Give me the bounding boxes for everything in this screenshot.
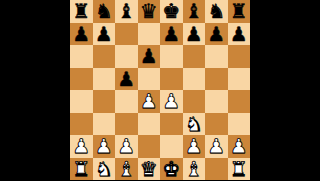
square-h6[interactable] bbox=[228, 45, 251, 68]
piece-black-rook-a8[interactable]: ♜ bbox=[72, 0, 90, 23]
square-e8[interactable]: ♚ bbox=[160, 0, 183, 23]
square-h1[interactable]: ♜ bbox=[228, 158, 251, 181]
piece-black-pawn-c5[interactable]: ♟ bbox=[117, 68, 135, 91]
piece-white-knight-f3[interactable]: ♞ bbox=[185, 113, 203, 136]
piece-white-pawn-g2[interactable]: ♟ bbox=[207, 135, 225, 158]
square-e4[interactable]: ♟ bbox=[160, 90, 183, 113]
piece-white-pawn-d4[interactable]: ♟ bbox=[140, 90, 158, 113]
square-a5[interactable] bbox=[70, 68, 93, 91]
square-b5[interactable] bbox=[93, 68, 116, 91]
piece-black-knight-g8[interactable]: ♞ bbox=[207, 0, 225, 23]
square-f1[interactable]: ♝ bbox=[183, 158, 206, 181]
video-frame: ♜♞♝♛♚♝♞♜♟♟♟♟♟♟♟♟♟♟♞♟♟♟♟♟♟♜♞♝♛♚♝♜ bbox=[0, 0, 320, 180]
square-g3[interactable] bbox=[205, 113, 228, 136]
square-g6[interactable] bbox=[205, 45, 228, 68]
square-h5[interactable] bbox=[228, 68, 251, 91]
square-f6[interactable] bbox=[183, 45, 206, 68]
square-f2[interactable]: ♟ bbox=[183, 135, 206, 158]
square-h2[interactable]: ♟ bbox=[228, 135, 251, 158]
piece-black-pawn-a7[interactable]: ♟ bbox=[72, 23, 90, 46]
square-h8[interactable]: ♜ bbox=[228, 0, 251, 23]
square-e1[interactable]: ♚ bbox=[160, 158, 183, 181]
piece-white-pawn-b2[interactable]: ♟ bbox=[95, 135, 113, 158]
square-c3[interactable] bbox=[115, 113, 138, 136]
square-a7[interactable]: ♟ bbox=[70, 23, 93, 46]
piece-white-pawn-h2[interactable]: ♟ bbox=[230, 135, 248, 158]
square-b1[interactable]: ♞ bbox=[93, 158, 116, 181]
piece-white-queen-d1[interactable]: ♛ bbox=[140, 158, 158, 181]
square-c7[interactable] bbox=[115, 23, 138, 46]
piece-black-pawn-g7[interactable]: ♟ bbox=[207, 23, 225, 46]
piece-white-knight-b1[interactable]: ♞ bbox=[95, 158, 113, 181]
square-h3[interactable] bbox=[228, 113, 251, 136]
piece-black-pawn-b7[interactable]: ♟ bbox=[95, 23, 113, 46]
square-a6[interactable] bbox=[70, 45, 93, 68]
piece-white-pawn-a2[interactable]: ♟ bbox=[72, 135, 90, 158]
square-e3[interactable] bbox=[160, 113, 183, 136]
square-g1[interactable] bbox=[205, 158, 228, 181]
square-e5[interactable] bbox=[160, 68, 183, 91]
piece-white-bishop-f1[interactable]: ♝ bbox=[185, 158, 203, 181]
square-f7[interactable]: ♟ bbox=[183, 23, 206, 46]
piece-black-pawn-e7[interactable]: ♟ bbox=[162, 23, 180, 46]
square-d5[interactable] bbox=[138, 68, 161, 91]
square-c4[interactable] bbox=[115, 90, 138, 113]
square-a4[interactable] bbox=[70, 90, 93, 113]
piece-black-king-e8[interactable]: ♚ bbox=[162, 0, 180, 23]
square-c2[interactable]: ♟ bbox=[115, 135, 138, 158]
piece-white-king-e1[interactable]: ♚ bbox=[162, 158, 180, 181]
piece-black-knight-b8[interactable]: ♞ bbox=[95, 0, 113, 23]
piece-black-rook-h8[interactable]: ♜ bbox=[230, 0, 248, 23]
piece-white-pawn-e4[interactable]: ♟ bbox=[162, 90, 180, 113]
square-d7[interactable] bbox=[138, 23, 161, 46]
piece-white-rook-a1[interactable]: ♜ bbox=[72, 158, 90, 181]
square-a3[interactable] bbox=[70, 113, 93, 136]
square-d4[interactable]: ♟ bbox=[138, 90, 161, 113]
letterbox-right bbox=[250, 0, 320, 180]
piece-black-pawn-h7[interactable]: ♟ bbox=[230, 23, 248, 46]
square-h7[interactable]: ♟ bbox=[228, 23, 251, 46]
square-a8[interactable]: ♜ bbox=[70, 0, 93, 23]
square-a2[interactable]: ♟ bbox=[70, 135, 93, 158]
square-c5[interactable]: ♟ bbox=[115, 68, 138, 91]
square-a1[interactable]: ♜ bbox=[70, 158, 93, 181]
square-h4[interactable] bbox=[228, 90, 251, 113]
piece-white-pawn-c2[interactable]: ♟ bbox=[117, 135, 135, 158]
square-b2[interactable]: ♟ bbox=[93, 135, 116, 158]
square-d3[interactable] bbox=[138, 113, 161, 136]
square-g2[interactable]: ♟ bbox=[205, 135, 228, 158]
square-d1[interactable]: ♛ bbox=[138, 158, 161, 181]
piece-black-queen-d8[interactable]: ♛ bbox=[140, 0, 158, 23]
piece-black-bishop-f8[interactable]: ♝ bbox=[185, 0, 203, 23]
square-c1[interactable]: ♝ bbox=[115, 158, 138, 181]
square-f3[interactable]: ♞ bbox=[183, 113, 206, 136]
square-g4[interactable] bbox=[205, 90, 228, 113]
square-b4[interactable] bbox=[93, 90, 116, 113]
square-e2[interactable] bbox=[160, 135, 183, 158]
piece-black-pawn-f7[interactable]: ♟ bbox=[185, 23, 203, 46]
chess-board[interactable]: ♜♞♝♛♚♝♞♜♟♟♟♟♟♟♟♟♟♟♞♟♟♟♟♟♟♜♞♝♛♚♝♜ bbox=[70, 0, 250, 180]
square-e6[interactable] bbox=[160, 45, 183, 68]
square-f8[interactable]: ♝ bbox=[183, 0, 206, 23]
piece-white-bishop-c1[interactable]: ♝ bbox=[117, 158, 135, 181]
square-b3[interactable] bbox=[93, 113, 116, 136]
square-g7[interactable]: ♟ bbox=[205, 23, 228, 46]
square-d2[interactable] bbox=[138, 135, 161, 158]
square-d8[interactable]: ♛ bbox=[138, 0, 161, 23]
square-g5[interactable] bbox=[205, 68, 228, 91]
piece-white-rook-h1[interactable]: ♜ bbox=[230, 158, 248, 181]
square-b6[interactable] bbox=[93, 45, 116, 68]
square-f5[interactable] bbox=[183, 68, 206, 91]
square-f4[interactable] bbox=[183, 90, 206, 113]
square-c6[interactable] bbox=[115, 45, 138, 68]
square-b8[interactable]: ♞ bbox=[93, 0, 116, 23]
piece-black-bishop-c8[interactable]: ♝ bbox=[117, 0, 135, 23]
square-c8[interactable]: ♝ bbox=[115, 0, 138, 23]
letterbox-left bbox=[0, 0, 70, 180]
square-d6[interactable]: ♟ bbox=[138, 45, 161, 68]
piece-black-pawn-d6[interactable]: ♟ bbox=[140, 45, 158, 68]
square-g8[interactable]: ♞ bbox=[205, 0, 228, 23]
square-e7[interactable]: ♟ bbox=[160, 23, 183, 46]
piece-white-pawn-f2[interactable]: ♟ bbox=[185, 135, 203, 158]
square-b7[interactable]: ♟ bbox=[93, 23, 116, 46]
